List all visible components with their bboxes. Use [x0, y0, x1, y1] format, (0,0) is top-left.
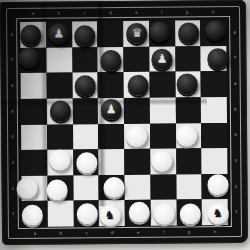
square-a6[interactable] [21, 73, 47, 99]
square-g5[interactable] [175, 97, 201, 123]
rank-label-8: 8 [233, 31, 236, 35]
black-disc[interactable] [19, 48, 40, 69]
square-a8[interactable] [20, 22, 46, 48]
rank-label-3: 3 [235, 159, 238, 163]
white-disc[interactable] [129, 201, 150, 222]
white-disc[interactable] [151, 151, 172, 172]
square-a7[interactable] [20, 47, 46, 73]
square-b3[interactable] [47, 150, 73, 176]
square-e1[interactable] [125, 200, 151, 226]
square-b1[interactable] [47, 201, 73, 227]
black-disc[interactable] [100, 50, 121, 71]
rank-label-7: 7 [11, 58, 14, 62]
file-label-e: e [137, 230, 140, 234]
white-disc[interactable] [76, 153, 97, 174]
black-pawn-disc[interactable]: ♟ [100, 99, 121, 120]
rank-label-2: 2 [235, 185, 238, 189]
square-b6[interactable] [46, 73, 72, 99]
square-h2[interactable] [202, 174, 228, 200]
rank-label-8: 8 [10, 33, 13, 37]
white-disc[interactable] [180, 203, 201, 224]
square-d5[interactable]: ♟ [98, 98, 124, 124]
file-label-e: e [135, 10, 138, 14]
black-queen-disc[interactable]: ♛ [127, 23, 148, 44]
square-b7[interactable] [46, 47, 72, 73]
square-b5[interactable] [47, 98, 73, 124]
black-pawn-glyph-icon: ♟ [53, 24, 64, 45]
black-disc[interactable] [176, 73, 197, 94]
square-d6[interactable] [98, 72, 124, 98]
white-knight-glyph-icon: ♞ [212, 203, 223, 224]
square-a3[interactable] [21, 150, 47, 176]
rank-label-6: 6 [11, 84, 14, 88]
white-disc[interactable] [47, 180, 68, 201]
file-label-d: d [109, 11, 112, 15]
white-knight-disc[interactable]: ♞ [207, 203, 228, 224]
chess-mat: abcdefgh abcdefgh 87654321 87654321 ♟♛♟♟… [0, 0, 248, 245]
square-h7[interactable] [201, 46, 227, 72]
chess-board: ♟♛♟♟♞♞ [20, 20, 228, 227]
square-e3[interactable] [124, 149, 150, 175]
file-label-h: h [214, 230, 217, 234]
white-disc[interactable] [22, 204, 43, 225]
black-pawn-glyph-icon: ♟ [157, 49, 168, 70]
square-g4[interactable] [176, 123, 202, 149]
black-disc[interactable] [21, 25, 42, 46]
rank-label-3: 3 [12, 161, 15, 165]
square-c3[interactable] [73, 149, 99, 175]
square-f3[interactable] [150, 149, 176, 175]
white-disc[interactable] [126, 126, 147, 147]
file-label-d: d [111, 231, 114, 235]
white-disc[interactable] [77, 203, 98, 224]
square-f6[interactable] [149, 72, 175, 98]
square-f1[interactable] [150, 200, 176, 226]
black-queen-glyph-icon: ♛ [132, 23, 143, 44]
square-e5[interactable] [124, 98, 150, 124]
black-disc[interactable] [50, 101, 71, 122]
square-g8[interactable] [175, 20, 201, 46]
square-e2[interactable] [124, 175, 150, 201]
file-label-a: a [32, 11, 34, 15]
file-label-f: f [163, 230, 164, 234]
file-label-b: b [58, 11, 61, 15]
white-disc[interactable] [176, 125, 197, 146]
square-d2[interactable] [99, 175, 125, 201]
white-disc[interactable] [49, 150, 70, 171]
square-d4[interactable] [98, 123, 124, 149]
rank-label-2: 2 [12, 187, 15, 191]
white-disc[interactable] [17, 178, 38, 199]
square-h3[interactable] [201, 148, 227, 174]
file-label-a: a [34, 231, 36, 235]
square-c6[interactable] [72, 72, 98, 98]
square-c2[interactable] [73, 175, 99, 201]
square-c5[interactable] [72, 98, 98, 124]
square-f4[interactable] [150, 123, 176, 149]
square-c8[interactable] [72, 21, 98, 47]
square-h8[interactable] [200, 20, 226, 46]
square-g1[interactable] [176, 200, 202, 226]
file-label-h: h [212, 10, 215, 14]
black-disc[interactable] [74, 26, 95, 47]
square-b4[interactable] [47, 124, 73, 150]
rank-label-5: 5 [234, 108, 237, 112]
square-a2[interactable] [21, 175, 47, 201]
black-disc[interactable] [205, 20, 226, 41]
product-photo-scene: abcdefgh abcdefgh 87654321 87654321 ♟♛♟♟… [0, 0, 250, 250]
white-knight-glyph-icon: ♞ [104, 205, 115, 226]
square-c4[interactable] [73, 124, 99, 150]
square-b8[interactable]: ♟ [46, 21, 72, 47]
rank-label-1: 1 [12, 212, 15, 216]
square-g6[interactable] [175, 72, 201, 98]
rank-label-1: 1 [235, 210, 238, 214]
square-e6[interactable] [124, 72, 150, 98]
square-g7[interactable] [175, 46, 201, 72]
square-h5[interactable] [201, 97, 227, 123]
rank-label-4: 4 [234, 133, 237, 137]
square-a5[interactable] [21, 99, 47, 125]
square-d3[interactable] [98, 149, 124, 175]
square-f5[interactable] [150, 97, 176, 123]
square-e7[interactable] [123, 46, 149, 72]
square-a1[interactable] [22, 201, 48, 227]
rank-label-7: 7 [234, 56, 237, 60]
file-label-f: f [161, 10, 162, 14]
square-c7[interactable] [72, 47, 98, 73]
square-h6[interactable] [201, 71, 227, 97]
file-label-g: g [186, 10, 189, 14]
black-disc[interactable] [128, 74, 149, 95]
square-f2[interactable] [150, 174, 176, 200]
square-b2[interactable] [47, 175, 73, 201]
black-pawn-disc[interactable]: ♟ [151, 49, 172, 70]
square-e8[interactable]: ♛ [123, 21, 149, 47]
file-label-b: b [60, 231, 63, 235]
rank-label-4: 4 [11, 135, 14, 139]
white-disc[interactable] [103, 177, 124, 198]
square-e4[interactable] [124, 123, 150, 149]
square-h1[interactable]: ♞ [202, 199, 228, 225]
square-a4[interactable] [21, 124, 47, 150]
square-f8[interactable] [149, 21, 175, 47]
file-label-g: g [188, 230, 191, 234]
square-h4[interactable] [201, 123, 227, 149]
square-d8[interactable] [97, 21, 123, 47]
rank-label-6: 6 [234, 82, 237, 86]
square-c1[interactable] [73, 201, 99, 227]
rank-label-5: 5 [11, 110, 14, 114]
white-knight-disc[interactable]: ♞ [99, 205, 120, 226]
white-disc[interactable] [154, 203, 175, 224]
file-label-c: c [85, 231, 87, 235]
black-disc[interactable] [74, 75, 95, 96]
black-pawn-glyph-icon: ♟ [106, 99, 117, 120]
white-disc[interactable] [207, 174, 228, 195]
black-disc[interactable] [178, 23, 199, 44]
file-label-c: c [84, 11, 86, 15]
black-pawn-disc[interactable]: ♟ [48, 24, 69, 45]
black-disc[interactable] [149, 22, 170, 43]
square-d1[interactable]: ♞ [99, 200, 125, 226]
square-g2[interactable] [176, 174, 202, 200]
square-f7[interactable]: ♟ [149, 46, 175, 72]
square-d7[interactable] [98, 47, 124, 73]
black-disc[interactable] [207, 48, 228, 69]
square-g3[interactable] [176, 148, 202, 174]
